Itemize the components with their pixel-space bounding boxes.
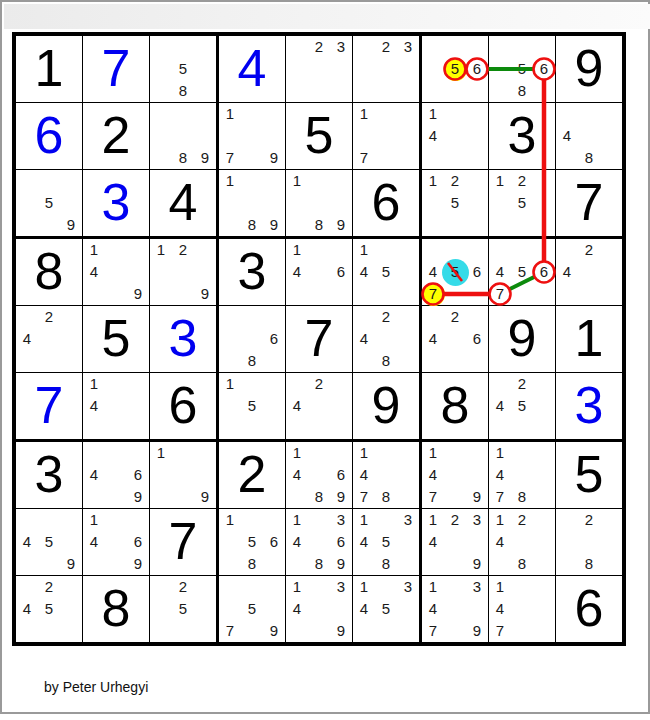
candidate-4-r6c5: 4 xyxy=(286,395,308,417)
cell-r2c2[interactable]: 2 xyxy=(83,103,149,169)
cell-r4c6[interactable]: 145 xyxy=(353,239,419,305)
cell-r4c2[interactable]: 149 xyxy=(83,239,149,305)
cell-r9c7[interactable]: 13479 xyxy=(422,576,488,642)
candidate-8-r8c9: 8 xyxy=(578,553,600,575)
candidate-6-r7c5: 6 xyxy=(330,464,352,486)
candidate-8-r7c5: 8 xyxy=(308,486,330,508)
cell-r7c4[interactable]: 2 xyxy=(219,442,285,508)
cell-r3c8[interactable]: 125 xyxy=(489,170,555,236)
candidate-2-r3c8: 2 xyxy=(511,170,533,192)
cell-r3c7[interactable]: 125 xyxy=(422,170,488,236)
author-credit: by Peter Urhegyi xyxy=(44,679,148,695)
candidate-3-r8c5: 3 xyxy=(330,509,352,531)
candidate-4-r8c6: 4 xyxy=(353,531,375,553)
candidate-5-r3c8: 5 xyxy=(511,192,533,214)
cell-r9c2[interactable]: 8 xyxy=(83,576,149,642)
candidate-1-r2c6: 1 xyxy=(353,103,375,125)
cell-r6c7[interactable]: 8 xyxy=(422,373,488,439)
candidate-2-r4c3: 2 xyxy=(172,239,194,261)
candidate-6-r5c4: 6 xyxy=(263,328,285,350)
candidate-5-r6c4: 5 xyxy=(241,395,263,417)
candidate-5-r4c8: 5 xyxy=(511,261,533,283)
candidate-2-r8c9: 2 xyxy=(578,509,600,531)
candidate-5-r9c1: 5 xyxy=(38,598,60,620)
cell-r5c1[interactable]: 24 xyxy=(16,306,82,372)
candidate-1-r2c7: 1 xyxy=(422,103,444,125)
candidate-1-r8c8: 1 xyxy=(489,509,511,531)
cell-r2c8[interactable]: 3 xyxy=(489,103,555,169)
candidate-3-r8c7: 3 xyxy=(466,509,488,531)
cell-r8c2[interactable]: 1469 xyxy=(83,509,149,575)
candidate-7-r4c7: 7 xyxy=(422,283,444,305)
candidate-5-r8c1: 5 xyxy=(38,531,60,553)
candidate-8-r1c8: 8 xyxy=(511,80,533,102)
candidate-8-r8c6: 8 xyxy=(375,553,397,575)
candidate-1-r7c5: 1 xyxy=(286,442,308,464)
candidate-8-r1c3: 8 xyxy=(172,80,194,102)
cell-r7c6[interactable]: 1478 xyxy=(353,442,419,508)
candidate-2-r6c5: 2 xyxy=(308,373,330,395)
cell-r6c3[interactable]: 6 xyxy=(150,373,216,439)
cell-r8c3[interactable]: 7 xyxy=(150,509,216,575)
candidate-5-r9c3: 5 xyxy=(172,598,194,620)
candidate-4-r9c8: 4 xyxy=(489,598,511,620)
candidate-4-r4c9: 4 xyxy=(556,261,578,283)
cell-r7c9[interactable]: 5 xyxy=(556,442,622,508)
cell-r5c3[interactable]: 3 xyxy=(150,306,216,372)
candidate-8-r3c4: 8 xyxy=(241,214,263,236)
cell-r7c3[interactable]: 19 xyxy=(150,442,216,508)
candidate-2-r9c1: 2 xyxy=(38,576,60,598)
candidate-5-r1c7: 5 xyxy=(444,58,466,80)
candidate-1-r8c6: 1 xyxy=(353,509,375,531)
cell-r4c7[interactable]: 4567 xyxy=(422,239,488,305)
candidate-6-r4c5: 6 xyxy=(330,261,352,283)
cell-r1c1[interactable]: 1 xyxy=(16,36,82,102)
candidate-6-r1c8: 6 xyxy=(533,58,555,80)
candidate-2-r8c8: 2 xyxy=(511,509,533,531)
candidate-2-r8c7: 2 xyxy=(444,509,466,531)
cell-r6c8[interactable]: 245 xyxy=(489,373,555,439)
cell-r1c2[interactable]: 7 xyxy=(83,36,149,102)
candidate-8-r5c4: 8 xyxy=(241,350,263,372)
candidate-6-r8c2: 6 xyxy=(127,531,149,553)
candidate-8-r7c8: 8 xyxy=(511,486,533,508)
candidate-4-r8c8: 4 xyxy=(489,531,511,553)
candidate-3-r1c5: 3 xyxy=(330,36,352,58)
candidate-1-r9c5: 1 xyxy=(286,576,308,598)
candidate-2-r3c7: 2 xyxy=(444,170,466,192)
cell-r1c3[interactable]: 58 xyxy=(150,36,216,102)
candidate-9-r2c4: 9 xyxy=(263,147,285,169)
candidate-1-r3c7: 1 xyxy=(422,170,444,192)
candidate-5-r8c4: 5 xyxy=(241,531,263,553)
candidate-1-r4c2: 1 xyxy=(83,239,105,261)
candidate-6-r5c7: 6 xyxy=(466,328,488,350)
candidate-5-r9c4: 5 xyxy=(241,598,263,620)
cell-r1c4[interactable]: 4 xyxy=(219,36,285,102)
candidate-5-r9c6: 5 xyxy=(375,598,397,620)
candidate-4-r8c7: 4 xyxy=(422,531,444,553)
candidate-1-r6c2: 1 xyxy=(83,373,105,395)
candidate-1-r9c7: 1 xyxy=(422,576,444,598)
candidate-7-r4c8: 7 xyxy=(489,283,511,305)
cell-r9c6[interactable]: 1345 xyxy=(353,576,419,642)
candidate-9-r3c4: 9 xyxy=(263,214,285,236)
candidate-9-r8c5: 9 xyxy=(330,553,352,575)
cell-r2c3[interactable]: 89 xyxy=(150,103,216,169)
candidate-2-r1c5: 2 xyxy=(308,36,330,58)
candidate-9-r7c3: 9 xyxy=(194,486,216,508)
candidate-5-r8c6: 5 xyxy=(375,531,397,553)
cell-r5c6[interactable]: 248 xyxy=(353,306,419,372)
candidate-4-r7c2: 4 xyxy=(83,464,105,486)
candidate-5-r3c1: 5 xyxy=(38,192,60,214)
cell-r2c7[interactable]: 14 xyxy=(422,103,488,169)
candidate-1-r2c4: 1 xyxy=(219,103,241,125)
candidate-8-r8c5: 8 xyxy=(308,553,330,575)
candidate-4-r4c7: 4 xyxy=(422,261,444,283)
candidate-4-r6c8: 4 xyxy=(489,395,511,417)
candidate-8-r8c4: 8 xyxy=(241,553,263,575)
cell-r6c5[interactable]: 24 xyxy=(286,373,352,439)
cell-r1c5[interactable]: 23 xyxy=(286,36,352,102)
candidate-3-r1c6: 3 xyxy=(397,36,419,58)
cell-r1c8[interactable]: 568 xyxy=(489,36,555,102)
cell-r2c1[interactable]: 6 xyxy=(16,103,82,169)
candidate-1-r3c8: 1 xyxy=(489,170,511,192)
candidate-9-r7c5: 9 xyxy=(330,486,352,508)
candidate-7-r7c8: 7 xyxy=(489,486,511,508)
cell-r4c3[interactable]: 129 xyxy=(150,239,216,305)
cell-r7c5[interactable]: 14689 xyxy=(286,442,352,508)
cell-r4c5[interactable]: 146 xyxy=(286,239,352,305)
candidate-4-r6c2: 4 xyxy=(83,395,105,417)
candidate-9-r8c2: 9 xyxy=(127,553,149,575)
cell-r9c4[interactable]: 579 xyxy=(219,576,285,642)
cell-r5c8[interactable]: 9 xyxy=(489,306,555,372)
cell-r9c1[interactable]: 245 xyxy=(16,576,82,642)
cell-r3c4[interactable]: 189 xyxy=(219,170,285,236)
candidate-9-r9c5: 9 xyxy=(330,620,352,642)
cell-r3c3[interactable]: 4 xyxy=(150,170,216,236)
candidate-7-r7c7: 7 xyxy=(422,486,444,508)
cell-r1c7[interactable]: 56 xyxy=(422,36,488,102)
candidate-4-r7c7: 4 xyxy=(422,464,444,486)
candidate-1-r3c5: 1 xyxy=(286,170,308,192)
cell-r2c4[interactable]: 179 xyxy=(219,103,285,169)
cell-r3c2[interactable]: 3 xyxy=(83,170,149,236)
candidate-2-r6c8: 2 xyxy=(511,373,533,395)
candidate-1-r9c8: 1 xyxy=(489,576,511,598)
cell-r5c5[interactable]: 7 xyxy=(286,306,352,372)
candidate-5-r3c7: 5 xyxy=(444,192,466,214)
candidate-6-r4c8: 6 xyxy=(533,261,555,283)
candidate-7-r9c7: 7 xyxy=(422,620,444,642)
candidate-4-r7c5: 4 xyxy=(286,464,308,486)
candidate-4-r9c7: 4 xyxy=(422,598,444,620)
cell-r3c6[interactable]: 6 xyxy=(353,170,419,236)
candidate-7-r2c6: 7 xyxy=(353,147,375,169)
cell-r6c1[interactable]: 7 xyxy=(16,373,82,439)
cell-r8c4[interactable]: 1568 xyxy=(219,509,285,575)
candidate-4-r7c8: 4 xyxy=(489,464,511,486)
candidate-7-r9c4: 7 xyxy=(219,620,241,642)
candidate-2-r5c7: 2 xyxy=(444,306,466,328)
candidate-8-r2c3: 8 xyxy=(172,147,194,169)
cell-r3c9[interactable]: 7 xyxy=(556,170,622,236)
cell-r2c9[interactable]: 48 xyxy=(556,103,622,169)
candidate-5-r6c8: 5 xyxy=(511,395,533,417)
candidate-6-r8c4: 6 xyxy=(263,531,285,553)
candidate-4-r5c7: 4 xyxy=(422,328,444,350)
candidate-4-r9c5: 4 xyxy=(286,598,308,620)
candidate-2-r5c6: 2 xyxy=(375,306,397,328)
cell-r4c9[interactable]: 24 xyxy=(556,239,622,305)
cell-r1c9[interactable]: 9 xyxy=(556,36,622,102)
candidate-6-r8c5: 6 xyxy=(330,531,352,553)
candidate-4-r4c6: 4 xyxy=(353,261,375,283)
cell-r6c6[interactable]: 9 xyxy=(353,373,419,439)
cell-r5c2[interactable]: 5 xyxy=(83,306,149,372)
candidate-9-r8c1: 9 xyxy=(60,553,82,575)
candidate-2-r9c3: 2 xyxy=(172,576,194,598)
cell-r8c5[interactable]: 134689 xyxy=(286,509,352,575)
candidate-2-r4c9: 2 xyxy=(578,239,600,261)
cell-r7c1[interactable]: 3 xyxy=(16,442,82,508)
candidate-5-r4c6: 5 xyxy=(375,261,397,283)
cell-r9c9[interactable]: 6 xyxy=(556,576,622,642)
cell-r8c1[interactable]: 459 xyxy=(16,509,82,575)
cell-r1c6[interactable]: 23 xyxy=(353,36,419,102)
candidate-2-r1c6: 2 xyxy=(375,36,397,58)
title-bar xyxy=(4,4,650,29)
cell-r5c4[interactable]: 68 xyxy=(219,306,285,372)
cell-r4c1[interactable]: 8 xyxy=(16,239,82,305)
cell-r2c6[interactable]: 17 xyxy=(353,103,419,169)
candidate-2-r5c1: 2 xyxy=(38,306,60,328)
candidate-1-r8c7: 1 xyxy=(422,509,444,531)
candidate-4-r8c2: 4 xyxy=(83,531,105,553)
candidate-1-r4c3: 1 xyxy=(150,239,172,261)
candidate-1-r4c5: 1 xyxy=(286,239,308,261)
candidate-1-r7c8: 1 xyxy=(489,442,511,464)
candidate-1-r6c4: 1 xyxy=(219,373,241,395)
candidate-7-r2c4: 7 xyxy=(219,147,241,169)
candidate-3-r9c6: 3 xyxy=(397,576,419,598)
candidate-5-r1c8: 5 xyxy=(511,58,533,80)
cell-r9c3[interactable]: 25 xyxy=(150,576,216,642)
candidate-4-r8c1: 4 xyxy=(16,531,38,553)
candidate-8-r3c5: 8 xyxy=(308,214,330,236)
candidate-1-r3c4: 1 xyxy=(219,170,241,192)
cell-r6c9[interactable]: 3 xyxy=(556,373,622,439)
candidate-1-r9c6: 1 xyxy=(353,576,375,598)
candidate-5-r4c7: 5 xyxy=(444,261,466,283)
candidate-4-r2c9: 4 xyxy=(556,125,578,147)
candidate-7-r9c8: 7 xyxy=(489,620,511,642)
candidate-4-r9c6: 4 xyxy=(353,598,375,620)
candidate-9-r7c2: 9 xyxy=(127,486,149,508)
cell-r3c5[interactable]: 189 xyxy=(286,170,352,236)
candidate-9-r9c4: 9 xyxy=(263,620,285,642)
cell-r7c7[interactable]: 1479 xyxy=(422,442,488,508)
cell-r8c9[interactable]: 28 xyxy=(556,509,622,575)
candidate-4-r2c7: 4 xyxy=(422,125,444,147)
candidate-1-r7c7: 1 xyxy=(422,442,444,464)
cell-r8c6[interactable]: 13458 xyxy=(353,509,419,575)
candidate-4-r5c1: 4 xyxy=(16,328,38,350)
sudoku-board: 1758423235656896289179517143485934189189… xyxy=(12,32,626,646)
cell-r6c2[interactable]: 14 xyxy=(83,373,149,439)
candidate-6-r7c2: 6 xyxy=(127,464,149,486)
candidate-1-r8c5: 1 xyxy=(286,509,308,531)
candidate-6-r4c7: 6 xyxy=(466,261,488,283)
candidate-8-r7c6: 8 xyxy=(375,486,397,508)
candidate-9-r2c3: 9 xyxy=(194,147,216,169)
candidate-9-r3c5: 9 xyxy=(330,214,352,236)
cell-r7c2[interactable]: 469 xyxy=(83,442,149,508)
candidate-8-r8c8: 8 xyxy=(511,553,533,575)
cell-r9c5[interactable]: 1349 xyxy=(286,576,352,642)
candidate-3-r9c7: 3 xyxy=(466,576,488,598)
candidate-9-r4c3: 9 xyxy=(194,283,216,305)
cell-r3c1[interactable]: 59 xyxy=(16,170,82,236)
candidate-8-r5c6: 8 xyxy=(375,350,397,372)
cell-r2c5[interactable]: 5 xyxy=(286,103,352,169)
candidate-1-r4c6: 1 xyxy=(353,239,375,261)
candidate-3-r8c6: 3 xyxy=(397,509,419,531)
cell-r5c7[interactable]: 246 xyxy=(422,306,488,372)
candidate-9-r3c1: 9 xyxy=(60,214,82,236)
candidate-9-r7c7: 9 xyxy=(466,486,488,508)
candidate-6-r1c7: 6 xyxy=(466,58,488,80)
candidate-1-r8c4: 1 xyxy=(219,509,241,531)
candidate-9-r4c2: 9 xyxy=(127,283,149,305)
candidate-9-r9c7: 9 xyxy=(466,620,488,642)
cell-r7c8[interactable]: 1478 xyxy=(489,442,555,508)
candidate-1-r7c3: 1 xyxy=(150,442,172,464)
candidate-3-r9c5: 3 xyxy=(330,576,352,598)
candidate-9-r8c7: 9 xyxy=(466,553,488,575)
candidate-4-r4c5: 4 xyxy=(286,261,308,283)
candidate-4-r4c8: 4 xyxy=(489,261,511,283)
candidate-8-r2c9: 8 xyxy=(578,147,600,169)
cell-r5c9[interactable]: 1 xyxy=(556,306,622,372)
candidate-1-r8c2: 1 xyxy=(83,509,105,531)
candidate-7-r7c6: 7 xyxy=(353,486,375,508)
candidate-1-r7c6: 1 xyxy=(353,442,375,464)
candidate-4-r4c2: 4 xyxy=(83,261,105,283)
cell-r4c8[interactable]: 4567 xyxy=(489,239,555,305)
candidate-4-r7c6: 4 xyxy=(353,464,375,486)
candidate-4-r8c5: 4 xyxy=(286,531,308,553)
cell-r6c4[interactable]: 15 xyxy=(219,373,285,439)
candidate-4-r5c6: 4 xyxy=(353,328,375,350)
cell-r8c7[interactable]: 12349 xyxy=(422,509,488,575)
candidate-4-r9c1: 4 xyxy=(16,598,38,620)
cell-r8c8[interactable]: 1248 xyxy=(489,509,555,575)
app-window: 1758423235656896289179517143485934189189… xyxy=(0,0,650,714)
candidate-5-r1c3: 5 xyxy=(172,58,194,80)
cell-r9c8[interactable]: 147 xyxy=(489,576,555,642)
cell-r4c4[interactable]: 3 xyxy=(219,239,285,305)
